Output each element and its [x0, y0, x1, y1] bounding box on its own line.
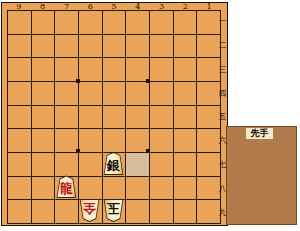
- square-5-6[interactable]: [103, 129, 126, 152]
- square-6-5[interactable]: [79, 106, 102, 129]
- square-3-6[interactable]: [150, 129, 173, 152]
- square-4-1[interactable]: [126, 11, 149, 34]
- square-4-8[interactable]: [126, 177, 149, 200]
- square-7-9[interactable]: [55, 200, 78, 223]
- square-9-9[interactable]: [8, 200, 31, 223]
- square-3-2[interactable]: [150, 35, 173, 58]
- square-2-8[interactable]: [174, 177, 197, 200]
- board-grid: [7, 10, 221, 224]
- star-point: [146, 79, 150, 83]
- square-1-2[interactable]: [197, 35, 220, 58]
- square-9-6[interactable]: [8, 129, 31, 152]
- piece-glyph: 玉: [104, 201, 123, 216]
- sente-piece-stand: 先手: [226, 126, 297, 225]
- square-7-4[interactable]: [55, 82, 78, 105]
- square-6-7[interactable]: [79, 153, 102, 176]
- square-3-7[interactable]: [150, 153, 173, 176]
- square-6-4[interactable]: [79, 82, 102, 105]
- square-7-7[interactable]: [55, 153, 78, 176]
- square-1-9[interactable]: [197, 200, 220, 223]
- square-4-9[interactable]: [126, 200, 149, 223]
- square-8-8[interactable]: [32, 177, 55, 200]
- piece-glyph: 銀: [104, 158, 123, 173]
- square-8-3[interactable]: [32, 58, 55, 81]
- piece-glyph: 全: [80, 201, 99, 216]
- square-7-5[interactable]: [55, 106, 78, 129]
- square-3-5[interactable]: [150, 106, 173, 129]
- square-1-3[interactable]: [197, 58, 220, 81]
- shogi-board: 987654321 一二三四五六七八九 銀龍全玉: [1, 2, 228, 226]
- square-7-1[interactable]: [55, 11, 78, 34]
- square-9-5[interactable]: [8, 106, 31, 129]
- piece-face: 玉: [104, 200, 123, 221]
- square-3-8[interactable]: [150, 177, 173, 200]
- square-2-5[interactable]: [174, 106, 197, 129]
- star-point: [76, 79, 80, 83]
- star-point: [76, 149, 80, 153]
- square-8-2[interactable]: [32, 35, 55, 58]
- square-5-3[interactable]: [103, 58, 126, 81]
- square-9-7[interactable]: [8, 153, 31, 176]
- square-5-2[interactable]: [103, 35, 126, 58]
- rank-label-2: 二: [218, 34, 227, 58]
- square-8-5[interactable]: [32, 106, 55, 129]
- square-4-3[interactable]: [126, 58, 149, 81]
- square-6-6[interactable]: [79, 129, 102, 152]
- square-2-3[interactable]: [174, 58, 197, 81]
- square-1-5[interactable]: [197, 106, 220, 129]
- square-2-7[interactable]: [174, 153, 197, 176]
- app-window: 987654321 一二三四五六七八九 銀龍全玉 先手: [0, 0, 300, 231]
- square-5-8[interactable]: [103, 177, 126, 200]
- square-8-6[interactable]: [32, 129, 55, 152]
- square-7-2[interactable]: [55, 35, 78, 58]
- square-4-2[interactable]: [126, 35, 149, 58]
- square-4-5[interactable]: [126, 106, 149, 129]
- square-9-1[interactable]: [8, 11, 31, 34]
- rank-label-1: 一: [218, 10, 227, 34]
- square-6-2[interactable]: [79, 35, 102, 58]
- square-1-1[interactable]: [197, 11, 220, 34]
- square-8-4[interactable]: [32, 82, 55, 105]
- piece-face: 銀: [104, 153, 123, 174]
- square-5-5[interactable]: [103, 106, 126, 129]
- star-point: [146, 149, 150, 153]
- square-8-1[interactable]: [32, 11, 55, 34]
- square-2-1[interactable]: [174, 11, 197, 34]
- square-1-7[interactable]: [197, 153, 220, 176]
- square-4-4[interactable]: [126, 82, 149, 105]
- square-3-1[interactable]: [150, 11, 173, 34]
- square-3-9[interactable]: [150, 200, 173, 223]
- sente-label-text: 先手: [251, 128, 269, 138]
- square-6-3[interactable]: [79, 58, 102, 81]
- square-9-4[interactable]: [8, 82, 31, 105]
- square-5-1[interactable]: [103, 11, 126, 34]
- square-2-4[interactable]: [174, 82, 197, 105]
- piece-face: 龍: [57, 176, 76, 197]
- square-2-9[interactable]: [174, 200, 197, 223]
- square-2-6[interactable]: [174, 129, 197, 152]
- square-3-3[interactable]: [150, 58, 173, 81]
- square-9-8[interactable]: [8, 177, 31, 200]
- square-7-3[interactable]: [55, 58, 78, 81]
- rank-label-4: 四: [218, 81, 227, 105]
- square-6-8[interactable]: [79, 177, 102, 200]
- square-8-7[interactable]: [32, 153, 55, 176]
- square-9-2[interactable]: [8, 35, 31, 58]
- square-5-4[interactable]: [103, 82, 126, 105]
- square-6-1[interactable]: [79, 11, 102, 34]
- square-4-7[interactable]: [126, 153, 149, 176]
- sente-label: 先手: [246, 128, 273, 139]
- square-3-4[interactable]: [150, 82, 173, 105]
- square-1-4[interactable]: [197, 82, 220, 105]
- square-1-8[interactable]: [197, 177, 220, 200]
- square-9-3[interactable]: [8, 58, 31, 81]
- piece-glyph: 龍: [57, 181, 76, 196]
- square-2-2[interactable]: [174, 35, 197, 58]
- square-1-6[interactable]: [197, 129, 220, 152]
- square-7-6[interactable]: [55, 129, 78, 152]
- rank-label-3: 三: [218, 58, 227, 82]
- square-8-9[interactable]: [32, 200, 55, 223]
